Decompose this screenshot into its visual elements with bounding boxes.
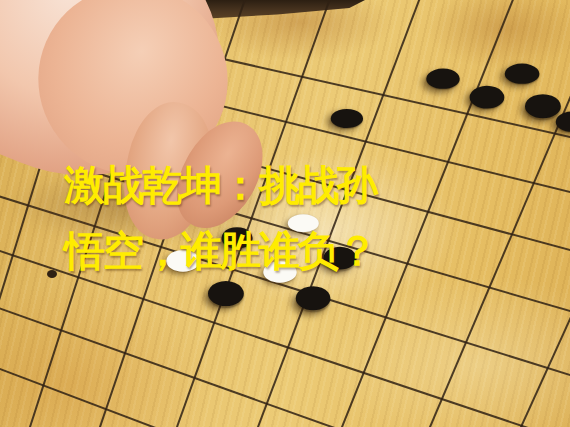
star-point <box>47 270 57 278</box>
stone-black: ● <box>549 95 570 142</box>
stone-black: ● <box>463 67 512 120</box>
stone-black: ● <box>324 93 369 138</box>
grid-line <box>0 361 570 427</box>
grid-line <box>0 0 25 427</box>
grid-line <box>0 301 570 427</box>
caption-overlay: 激战乾坤：挑战孙 悟空，谁胜谁负？ <box>64 152 376 284</box>
go-photo-scene: ●●●●●●●●●●●●● 激战乾坤：挑战孙 悟空，谁胜谁负？ <box>0 0 570 427</box>
stone-black: ● <box>419 53 466 100</box>
caption-line-2: 悟空，谁胜谁负？ <box>64 218 376 284</box>
caption-line-1: 激战乾坤：挑战孙 <box>64 152 376 218</box>
